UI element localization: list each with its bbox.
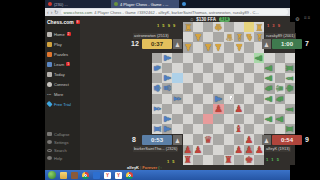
points-digits-top-right: 1 3 9 bbox=[267, 23, 281, 28]
square-r9-c3[interactable] bbox=[172, 104, 182, 114]
square-r8-c10[interactable] bbox=[244, 94, 254, 104]
square-r4-c10[interactable] bbox=[244, 53, 254, 63]
square-r14-c8[interactable]: ♜ bbox=[224, 155, 234, 165]
square-r7-c4[interactable] bbox=[183, 83, 193, 93]
points-digits-top-left: 1 5 9 9 bbox=[157, 23, 176, 28]
g-B-piece: ♝ bbox=[285, 73, 295, 83]
square-r4-c12[interactable] bbox=[264, 53, 274, 63]
square-r7-c12[interactable]: ♞ bbox=[264, 83, 274, 93]
square-r7-c2[interactable]: ♛ bbox=[162, 83, 172, 93]
tab2-title: 4 Player Chess - Game - ... bbox=[120, 2, 168, 7]
square-r6-c2[interactable]: ♟ bbox=[162, 73, 172, 83]
r-P-piece: ♟ bbox=[254, 145, 264, 155]
square-r10-c2[interactable]: ♟ bbox=[162, 114, 172, 124]
square-r3-c5[interactable] bbox=[193, 42, 203, 52]
square-r9-c14[interactable]: ♝ bbox=[285, 104, 295, 114]
square-r5-c10[interactable] bbox=[244, 63, 254, 73]
g-P-piece: ♟ bbox=[264, 93, 274, 103]
g-P-piece: ♟ bbox=[264, 63, 274, 73]
player-name-bottom-right[interactable]: alfeyK (1913) bbox=[265, 146, 291, 152]
g-K-piece: ♚ bbox=[285, 83, 295, 93]
r-P-piece: ♟ bbox=[244, 134, 254, 144]
square-r1-c5[interactable] bbox=[193, 22, 203, 32]
square-r7-c14[interactable]: ♚ bbox=[285, 83, 295, 93]
r-Q-piece: ♛ bbox=[203, 134, 213, 144]
square-r10-c3[interactable] bbox=[172, 114, 182, 124]
square-r11-c10[interactable] bbox=[244, 124, 254, 134]
reload-icon[interactable]: ↻ bbox=[54, 8, 58, 16]
square-r11-c13[interactable] bbox=[275, 124, 285, 134]
score-bottom-left: 8 bbox=[132, 136, 136, 143]
square-r4-c5[interactable] bbox=[193, 53, 203, 63]
square-r11-c8[interactable] bbox=[224, 124, 234, 134]
square-r6-c6[interactable] bbox=[203, 73, 213, 83]
square-r6-c11[interactable] bbox=[254, 73, 264, 83]
y-P-piece: ♟ bbox=[183, 42, 193, 52]
b-B-piece: ♝ bbox=[172, 93, 182, 103]
r-R-piece: ♜ bbox=[183, 155, 193, 165]
browser-address-bar: ‹ › ↻ www.chess.com 4 Player Chess - Gam… bbox=[45, 8, 290, 16]
square-r8-c9[interactable] bbox=[234, 94, 244, 104]
square-r8-c13[interactable]: ♞ bbox=[275, 94, 285, 104]
tab1-title: (230) ... bbox=[54, 2, 68, 7]
r-R-piece: ♜ bbox=[224, 155, 234, 165]
g-P-piece: ♟ bbox=[275, 114, 285, 124]
y-app-icon-2[interactable]: Y bbox=[115, 172, 122, 179]
square-r11-c11[interactable] bbox=[254, 124, 264, 134]
square-r11-c5[interactable] bbox=[193, 124, 203, 134]
url-title-text: 4 Player Chess - Game #3392462 - alfeyK,… bbox=[94, 10, 259, 15]
g-R-piece: ♜ bbox=[285, 63, 295, 73]
y-P-piece: ♟ bbox=[213, 42, 223, 52]
square-r10-c5[interactable] bbox=[193, 114, 203, 124]
y-Q-piece: ♛ bbox=[224, 32, 234, 42]
clock-bottom-left: 0:53 bbox=[142, 135, 172, 145]
square-r5-c4[interactable] bbox=[183, 63, 193, 73]
square-r5-c13[interactable] bbox=[275, 63, 285, 73]
square-r14-c1 bbox=[152, 155, 162, 165]
square-r8-c4[interactable] bbox=[183, 94, 193, 104]
square-r2-c9[interactable]: ♝ bbox=[234, 32, 244, 42]
square-r2-c6[interactable] bbox=[203, 32, 213, 42]
square-r12-c9[interactable] bbox=[234, 134, 244, 144]
sidebar-item-more[interactable]: ••• More bbox=[45, 89, 80, 99]
back-icon[interactable]: ‹ bbox=[47, 8, 49, 16]
diamond-icon bbox=[46, 101, 52, 107]
y-K-piece: ♚ bbox=[213, 22, 223, 32]
square-r12-c6[interactable]: ♛ bbox=[203, 134, 213, 144]
r-P-piece: ♟ bbox=[234, 104, 244, 114]
sidebar-item-play[interactable]: Play bbox=[45, 39, 80, 49]
square-r4-c2[interactable]: ♟ bbox=[162, 53, 172, 63]
square-r6-c5[interactable] bbox=[193, 73, 203, 83]
sidebar-footer: Collapse Settings Search Help bbox=[45, 130, 80, 162]
square-r2-c5[interactable]: ♟ bbox=[193, 32, 203, 42]
g-Q-piece: ♛ bbox=[275, 83, 285, 93]
square-r6-c12[interactable]: ♟ bbox=[264, 73, 274, 83]
learn-icon bbox=[47, 62, 52, 67]
square-r1-c9[interactable] bbox=[234, 22, 244, 32]
square-r5-c8[interactable] bbox=[224, 63, 234, 73]
chrome-icon-2[interactable] bbox=[126, 172, 133, 179]
news-icon bbox=[47, 72, 52, 77]
y-B-piece: ♝ bbox=[234, 32, 244, 42]
square-r1-c7[interactable]: ♚ bbox=[213, 22, 223, 32]
puzzle-icon bbox=[47, 52, 52, 57]
home-badge: 2 bbox=[67, 32, 71, 36]
gear-icon bbox=[47, 140, 52, 144]
square-r5-c7[interactable] bbox=[213, 63, 223, 73]
square-r13-c8[interactable] bbox=[224, 145, 234, 155]
square-r9-c13[interactable] bbox=[275, 104, 285, 114]
points-digits-bottom-left: 1 5 bbox=[167, 159, 176, 164]
square-r5-c6[interactable] bbox=[203, 63, 213, 73]
square-r5-c3[interactable] bbox=[172, 63, 182, 73]
square-r7-c6[interactable] bbox=[203, 83, 213, 93]
square-r3-c10[interactable] bbox=[244, 42, 254, 52]
clock-pawn-icon-top-right: ♟ bbox=[262, 39, 271, 49]
square-r11-c9[interactable]: ♝ bbox=[234, 124, 244, 134]
video-frame: (230) ... 4 Player Chess - Game - ... ‹ … bbox=[0, 0, 320, 180]
square-r12-c4[interactable] bbox=[183, 134, 193, 144]
square-r6-c1[interactable] bbox=[152, 73, 162, 83]
app-icon-brown[interactable] bbox=[71, 172, 78, 179]
tab2-favicon-icon bbox=[114, 2, 118, 6]
square-r13-c10[interactable]: ♟ bbox=[244, 145, 254, 155]
sidebar-item-learn[interactable]: Learn 1 bbox=[45, 59, 80, 69]
square-r14-c9[interactable] bbox=[234, 155, 244, 165]
score-bottom-right: 9 bbox=[305, 136, 309, 143]
g-N-piece: ♞ bbox=[275, 93, 285, 103]
square-r6-c8[interactable] bbox=[224, 73, 234, 83]
square-r7-c5[interactable] bbox=[193, 83, 203, 93]
g-P-piece: ♟ bbox=[264, 73, 274, 83]
y-app-icon-1[interactable]: Y bbox=[104, 172, 111, 179]
square-r14-c11[interactable] bbox=[254, 155, 264, 165]
square-r4-c7[interactable] bbox=[213, 53, 223, 63]
b-R-piece: ♜ bbox=[152, 124, 162, 134]
square-r8-c14[interactable] bbox=[285, 94, 295, 104]
more-dots-icon: ••• bbox=[47, 92, 52, 97]
square-r10-c8[interactable] bbox=[224, 114, 234, 124]
square-r12-c10[interactable]: ♟ bbox=[244, 134, 254, 144]
b-P-piece: ♟ bbox=[162, 73, 172, 83]
square-r5-c12[interactable]: ♟ bbox=[264, 63, 274, 73]
sidebar-item-search[interactable]: Search bbox=[45, 146, 80, 154]
r-P-piece: ♟ bbox=[183, 145, 193, 155]
square-r1-c11[interactable]: ♜ bbox=[254, 22, 264, 32]
square-r14-c5[interactable] bbox=[193, 155, 203, 165]
square-r8-c3[interactable]: ♝ bbox=[172, 94, 182, 104]
square-r1-c8[interactable] bbox=[224, 22, 234, 32]
sidebar-item-collapse[interactable]: Collapse bbox=[45, 130, 80, 138]
square-r7-c3[interactable] bbox=[172, 83, 182, 93]
home-icon bbox=[47, 32, 52, 37]
square-r10-c14[interactable] bbox=[285, 114, 295, 124]
app-icon-blue[interactable] bbox=[93, 172, 100, 179]
square-r8-c6[interactable] bbox=[203, 94, 213, 104]
b-Q-piece: ♛ bbox=[162, 83, 172, 93]
square-r13-c4[interactable]: ♟ bbox=[183, 145, 193, 155]
square-r11-c2[interactable]: ♟ bbox=[162, 124, 172, 134]
y-R-piece: ♜ bbox=[254, 22, 264, 32]
square-r8-c11[interactable] bbox=[254, 94, 264, 104]
sidebar-item-help[interactable]: Help bbox=[45, 154, 80, 162]
square-r1-c10[interactable] bbox=[244, 22, 254, 32]
square-r4-c3[interactable] bbox=[172, 53, 182, 63]
square-r6-c9[interactable] bbox=[234, 73, 244, 83]
help-icon bbox=[47, 156, 52, 160]
square-r13-c9[interactable]: ♟ bbox=[234, 145, 244, 155]
file-explorer-icon[interactable] bbox=[60, 172, 67, 179]
square-r6-c3[interactable] bbox=[172, 73, 182, 83]
browser-tab-active[interactable]: 4 Player Chess - Game - ... bbox=[111, 0, 179, 8]
square-r11-c14[interactable]: ♜ bbox=[285, 124, 295, 134]
points-digits-bottom-right: 1 1 5 bbox=[266, 157, 280, 162]
square-r7-c10[interactable] bbox=[244, 83, 254, 93]
square-r2-c8[interactable]: ♛ bbox=[224, 32, 234, 42]
r-K-piece: ♚ bbox=[244, 155, 254, 165]
square-r14-c4[interactable]: ♜ bbox=[183, 155, 193, 165]
clock-pawn-icon-bottom-right: ♟ bbox=[262, 135, 271, 145]
people-icon bbox=[47, 82, 52, 87]
b-K-piece: ♚ bbox=[152, 83, 162, 93]
square-r6-c10[interactable] bbox=[244, 73, 254, 83]
score-top-left: 12 bbox=[131, 40, 139, 47]
square-r7-c13[interactable]: ♛ bbox=[275, 83, 285, 93]
sidebar-item-home[interactable]: Home 2 bbox=[45, 29, 80, 39]
learn-badge: 1 bbox=[66, 62, 70, 66]
b-P-piece: ♟ bbox=[162, 124, 172, 134]
square-r9-c7[interactable]: ♟ bbox=[213, 104, 223, 114]
square-r10-c7[interactable] bbox=[213, 114, 223, 124]
square-r4-c14[interactable] bbox=[285, 53, 295, 63]
square-r10-c12[interactable]: ♟ bbox=[264, 114, 274, 124]
square-r11-c7[interactable] bbox=[213, 124, 223, 134]
square-r3-c7[interactable]: ♟ bbox=[213, 42, 223, 52]
y-R-piece: ♜ bbox=[183, 22, 193, 32]
square-r13-c11[interactable]: ♟ bbox=[254, 145, 264, 155]
square-r5-c9[interactable] bbox=[234, 63, 244, 73]
square-r7-c1[interactable]: ♚ bbox=[152, 83, 162, 93]
b-P-piece: ♟ bbox=[162, 114, 172, 124]
square-r6-c4[interactable] bbox=[183, 73, 193, 83]
square-r11-c6[interactable] bbox=[203, 124, 213, 134]
forward-icon[interactable]: › bbox=[51, 8, 53, 16]
square-r8-c2[interactable] bbox=[162, 94, 172, 104]
g-P-piece: ♟ bbox=[264, 114, 274, 124]
square-r6-c14[interactable]: ♝ bbox=[285, 73, 295, 83]
square-r5-c1[interactable]: ♞ bbox=[152, 63, 162, 73]
square-r4-c8[interactable] bbox=[224, 53, 234, 63]
square-r2-c7[interactable] bbox=[213, 32, 223, 42]
square-r11-c1[interactable]: ♜ bbox=[152, 124, 162, 134]
square-r1-c6[interactable] bbox=[203, 22, 213, 32]
browser-window: (230) ... 4 Player Chess - Game - ... ‹ … bbox=[45, 0, 290, 170]
g-N-piece: ♞ bbox=[264, 83, 274, 93]
square-r12-c7[interactable] bbox=[213, 134, 223, 144]
r-P-piece: ♟ bbox=[244, 145, 254, 155]
square-r12-c8[interactable] bbox=[224, 134, 234, 144]
square-r9-c11[interactable] bbox=[254, 104, 264, 114]
y-P-piece: ♟ bbox=[203, 42, 213, 52]
url-domain: www.chess.com bbox=[64, 10, 93, 15]
taskbar: Y Y bbox=[45, 170, 290, 180]
r-P-piece: ♟ bbox=[234, 145, 244, 155]
g-B-piece: ♝ bbox=[285, 104, 295, 114]
square-r6-c13[interactable] bbox=[275, 73, 285, 83]
g-R-piece: ♜ bbox=[285, 124, 295, 134]
square-r4-c6[interactable] bbox=[203, 53, 213, 63]
square-r14-c14 bbox=[285, 155, 295, 165]
square-r14-c6[interactable] bbox=[203, 155, 213, 165]
square-r7-c8[interactable] bbox=[224, 83, 234, 93]
square-r9-c9[interactable]: ♟ bbox=[234, 104, 244, 114]
square-r10-c13[interactable]: ♟ bbox=[275, 114, 285, 124]
square-r14-c7[interactable] bbox=[213, 155, 223, 165]
square-r13-c7[interactable] bbox=[213, 145, 223, 155]
play-pawn-icon bbox=[47, 42, 52, 47]
square-r5-c14[interactable]: ♜ bbox=[285, 63, 295, 73]
browser-tab-3[interactable] bbox=[179, 0, 195, 8]
square-r4-c9[interactable] bbox=[234, 53, 244, 63]
sidebar-item-today[interactable]: Today bbox=[45, 69, 80, 79]
square-r14-c10[interactable]: ♚ bbox=[244, 155, 254, 165]
square-r9-c8[interactable] bbox=[224, 104, 234, 114]
square-r8-c1[interactable] bbox=[152, 94, 162, 104]
square-r9-c2[interactable] bbox=[162, 104, 172, 114]
b-N-piece: ♞ bbox=[152, 63, 162, 73]
player-name-bottom-left[interactable]: barkerSaintTho... (2326) bbox=[133, 146, 178, 152]
square-r2-c4[interactable] bbox=[183, 32, 193, 42]
sidebar-item-puzzles[interactable]: Puzzles bbox=[45, 49, 80, 59]
browser-tab-1[interactable]: (230) ... bbox=[45, 0, 111, 8]
y-P-piece: ♟ bbox=[193, 32, 203, 42]
collapse-icon bbox=[47, 132, 52, 136]
square-r10-c1[interactable] bbox=[152, 114, 162, 124]
tab1-favicon-icon bbox=[48, 2, 52, 6]
tab3-favicon-icon bbox=[182, 2, 186, 6]
b-P-piece: ♟ bbox=[213, 93, 223, 103]
square-r11-c12[interactable] bbox=[264, 124, 274, 134]
r-B-piece: ♝ bbox=[234, 124, 244, 134]
y-N-piece: ♞ bbox=[244, 32, 254, 42]
square-r4-c4[interactable] bbox=[183, 53, 193, 63]
square-r1-c14 bbox=[285, 22, 295, 32]
square-r5-c11[interactable] bbox=[254, 63, 264, 73]
chesscom-logo[interactable]: Chess.com 9 bbox=[45, 16, 80, 29]
mouse-cursor bbox=[230, 96, 233, 101]
r-P-piece: ♟ bbox=[193, 145, 203, 155]
y-P-piece: ♟ bbox=[234, 42, 244, 52]
browser-tab-bar: (230) ... 4 Player Chess - Game - ... bbox=[45, 0, 290, 8]
chrome-icon[interactable] bbox=[82, 172, 89, 179]
square-r13-c5[interactable]: ♟ bbox=[193, 145, 203, 155]
b-P-piece: ♟ bbox=[162, 53, 172, 63]
square-r7-c11[interactable] bbox=[254, 83, 264, 93]
square-r5-c5[interactable] bbox=[193, 63, 203, 73]
clock-top-left: 0:37 bbox=[142, 39, 172, 49]
square-r3-c9[interactable]: ♟ bbox=[234, 42, 244, 52]
square-r10-c10[interactable] bbox=[244, 114, 254, 124]
square-r9-c5[interactable] bbox=[193, 104, 203, 114]
square-r9-c4[interactable] bbox=[183, 104, 193, 114]
square-r9-c6[interactable] bbox=[203, 104, 213, 114]
square-r4-c1[interactable] bbox=[152, 53, 162, 63]
clock-pawn-icon-top-left: ♟ bbox=[173, 39, 182, 49]
square-r8-c5[interactable] bbox=[193, 94, 203, 104]
score-top-right: 7 bbox=[305, 40, 309, 47]
square-r5-c2[interactable] bbox=[162, 63, 172, 73]
square-r4-c13[interactable] bbox=[275, 53, 285, 63]
b-B-piece: ♝ bbox=[152, 104, 162, 114]
logo-badge: 9 bbox=[76, 20, 80, 24]
square-r2-c10[interactable]: ♞ bbox=[244, 32, 254, 42]
square-r10-c4[interactable] bbox=[183, 114, 193, 124]
square-r11-c4[interactable] bbox=[183, 124, 193, 134]
sidebar-item-free-trial[interactable]: Free Trial bbox=[45, 99, 80, 109]
square-r3-c4[interactable]: ♟ bbox=[183, 42, 193, 52]
square-r13-c6[interactable] bbox=[203, 145, 213, 155]
square-r3-c6[interactable]: ♟ bbox=[203, 42, 213, 52]
layout-grid-icon[interactable]: ⠿⠿ bbox=[304, 16, 311, 23]
start-button[interactable] bbox=[48, 171, 56, 179]
square-r9-c1[interactable]: ♝ bbox=[152, 104, 162, 114]
square-r7-c9[interactable] bbox=[234, 83, 244, 93]
square-r7-c7[interactable] bbox=[213, 83, 223, 93]
square-r8-c12[interactable]: ♟ bbox=[264, 94, 274, 104]
square-r4-c11[interactable]: ♟ bbox=[254, 53, 264, 63]
clock-bottom-right: 0:54 bbox=[272, 135, 302, 145]
url-field[interactable]: www.chess.com 4 Player Chess - Game #339… bbox=[61, 9, 288, 15]
square-r10-c6[interactable] bbox=[203, 114, 213, 124]
search-icon bbox=[47, 149, 52, 152]
square-r1-c4[interactable]: ♜ bbox=[183, 22, 193, 32]
square-r12-c5[interactable] bbox=[193, 134, 203, 144]
clock-top-right: 1:00 bbox=[272, 39, 302, 49]
square-r3-c8[interactable] bbox=[224, 42, 234, 52]
square-r9-c10[interactable] bbox=[244, 104, 254, 114]
sidebar-item-connect[interactable]: Connect bbox=[45, 79, 80, 89]
clock-pawn-icon-bottom-left: ♟ bbox=[173, 135, 182, 145]
square-r9-c12[interactable] bbox=[264, 104, 274, 114]
square-r8-c7[interactable]: ♟ bbox=[213, 94, 223, 104]
square-r10-c9[interactable] bbox=[234, 114, 244, 124]
square-r11-c3[interactable] bbox=[172, 124, 182, 134]
square-r10-c11[interactable] bbox=[254, 114, 264, 124]
sidebar: Chess.com 9 Home 2 Play Puzzles Learn 1 bbox=[45, 16, 80, 170]
board-settings-gear-icon[interactable]: ⚙ bbox=[295, 16, 299, 22]
logo-text: Chess.com bbox=[47, 19, 74, 25]
square-r6-c7[interactable] bbox=[213, 73, 223, 83]
r-P-piece: ♟ bbox=[213, 104, 223, 114]
sidebar-item-settings[interactable]: Settings bbox=[45, 138, 80, 146]
g-P-piece: ♟ bbox=[254, 53, 264, 63]
